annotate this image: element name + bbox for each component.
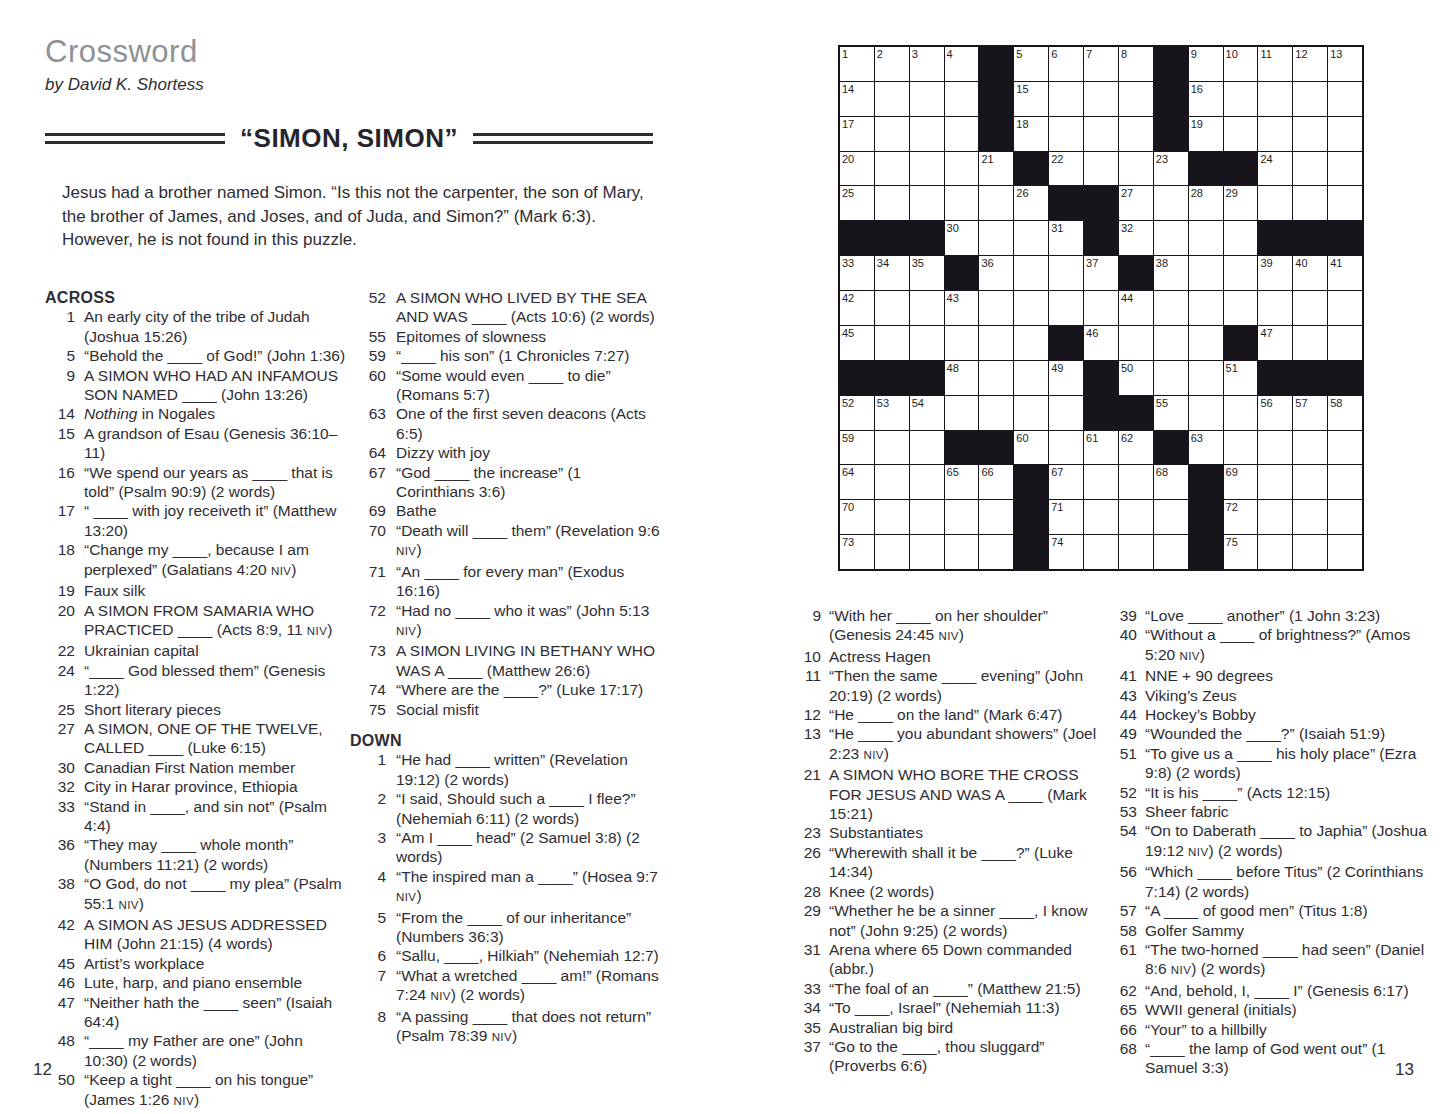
grid-cell-block: [979, 117, 1013, 151]
grid-cell-r11c10[interactable]: 55: [1154, 396, 1188, 430]
grid-cell-r5c12[interactable]: 29: [1224, 186, 1258, 220]
grid-cell-r12c6[interactable]: 60: [1014, 431, 1048, 465]
grid-cell-r3c15[interactable]: [1328, 117, 1362, 151]
grid-cell-r14c2[interactable]: [875, 500, 909, 534]
grid-cell-r6c7[interactable]: 31: [1049, 221, 1083, 255]
clue-text: A SIMON LIVING IN BETHANY WHO WAS A ____…: [396, 641, 661, 680]
grid-cell-r9c2[interactable]: [875, 326, 909, 360]
grid-cell-r10c10[interactable]: [1154, 361, 1188, 395]
niv-abbr: NIV: [271, 565, 291, 577]
grid-cell-r1c11[interactable]: 9: [1189, 47, 1223, 81]
grid-cell-r3c12[interactable]: [1224, 117, 1258, 151]
grid-cell-r15c2[interactable]: [875, 535, 909, 569]
clue-across-18: 18“Change my ____, because I am perplexe…: [45, 540, 349, 581]
grid-cell-r14c3[interactable]: [910, 500, 944, 534]
grid-cell-r15c8[interactable]: [1084, 535, 1118, 569]
grid-cell-r5c9[interactable]: 27: [1119, 186, 1153, 220]
grid-cell-r8c15[interactable]: [1328, 291, 1362, 325]
grid-cell-r13c9[interactable]: [1119, 465, 1153, 499]
grid-cell-r3c8[interactable]: [1084, 117, 1118, 151]
clue-across-72: 72“Had no ____ who it was” (John 5:13 NI…: [350, 601, 661, 642]
grid-cell-block: [1154, 431, 1188, 465]
grid-cell-r1c1[interactable]: 1: [840, 47, 874, 81]
grid-cell-r13c13[interactable]: [1258, 465, 1292, 499]
clue-text: “With her ____ on her shoulder” (Genesis…: [829, 606, 1097, 647]
grid-cell-r8c14[interactable]: [1293, 291, 1327, 325]
grid-cell-r13c3[interactable]: [910, 465, 944, 499]
grid-cell-r1c13[interactable]: 11: [1258, 47, 1292, 81]
grid-cell-r9c9[interactable]: [1119, 326, 1153, 360]
grid-cell-r15c5[interactable]: [979, 535, 1013, 569]
grid-cell-r7c13[interactable]: 39: [1258, 256, 1292, 290]
clue-down-31: 31Arena where 65 Down commanded (abbr.): [797, 940, 1097, 979]
grid-cell-block: [1293, 361, 1327, 395]
grid-cell-r13c5[interactable]: 66: [979, 465, 1013, 499]
grid-cell-r12c14[interactable]: [1293, 431, 1327, 465]
grid-cell-r12c7[interactable]: [1049, 431, 1083, 465]
grid-cell-r12c15[interactable]: [1328, 431, 1362, 465]
grid-cell-r10c5[interactable]: [979, 361, 1013, 395]
clue-down-28: 28Knee (2 words): [797, 882, 1097, 901]
grid-cell-r13c2[interactable]: [875, 465, 909, 499]
cell-number: 34: [877, 257, 889, 269]
cell-number: 28: [1191, 187, 1203, 199]
grid-cell-r1c3[interactable]: 3: [910, 47, 944, 81]
grid-cell-r12c13[interactable]: [1258, 431, 1292, 465]
clue-down-33: 33“The foal of an ____” (Matthew 21:5): [797, 979, 1097, 998]
grid-cell-r8c5[interactable]: [979, 291, 1013, 325]
grid-cell-r5c2[interactable]: [875, 186, 909, 220]
clue-number: 7: [350, 966, 386, 1007]
clue-number: 52: [350, 288, 386, 327]
grid-cell-r8c13[interactable]: [1258, 291, 1292, 325]
grid-cell-block: [1258, 361, 1292, 395]
grid-cell-r14c15[interactable]: [1328, 500, 1362, 534]
grid-cell-r7c7[interactable]: [1049, 256, 1083, 290]
grid-cell-r3c11[interactable]: 19: [1189, 117, 1223, 151]
grid-cell-r7c6[interactable]: [1014, 256, 1048, 290]
grid-cell-r14c9[interactable]: [1119, 500, 1153, 534]
grid-cell-r9c11[interactable]: [1189, 326, 1223, 360]
cell-number: 37: [1086, 257, 1098, 269]
niv-abbr: NIV: [396, 891, 416, 903]
clue-number: 69: [350, 501, 386, 520]
cell-number: 66: [981, 466, 993, 478]
grid-cell-r5c13[interactable]: [1258, 186, 1292, 220]
clue-text: Sheer fabric: [1145, 802, 1437, 821]
cell-number: 64: [842, 466, 854, 478]
clue-down-57: 57“A ____ of good men” (Titus 1:8): [1113, 901, 1437, 920]
grid-cell-r11c14[interactable]: 57: [1293, 396, 1327, 430]
grid-cell-r2c7[interactable]: [1049, 82, 1083, 116]
clue-text: “Stand in ____, and sin not” (Psalm 4:4): [84, 797, 349, 836]
grid-cell-r6c12[interactable]: [1224, 221, 1258, 255]
clue-across-20: 20A SIMON FROM SAMARIA WHO PRACTICED ___…: [45, 601, 349, 642]
grid-cell-r2c9[interactable]: [1119, 82, 1153, 116]
grid-cell-r1c9[interactable]: 8: [1119, 47, 1153, 81]
clue-text: “____ God blessed them” (Genesis 1:22): [84, 661, 349, 700]
grid-cell-r7c10[interactable]: 38: [1154, 256, 1188, 290]
grid-cell-r8c2[interactable]: [875, 291, 909, 325]
clue-text: “To ____, Israel” (Nehemiah 11:3): [829, 998, 1097, 1017]
grid-cell-r9c1[interactable]: 45: [840, 326, 874, 360]
grid-cell-r3c7[interactable]: [1049, 117, 1083, 151]
grid-cell-r2c13[interactable]: [1258, 82, 1292, 116]
clue-number: 2: [350, 789, 386, 828]
grid-cell-r2c8[interactable]: [1084, 82, 1118, 116]
grid-cell-r5c11[interactable]: 28: [1189, 186, 1223, 220]
clue-text: A SIMON FROM SAMARIA WHO PRACTICED ____ …: [84, 601, 349, 642]
grid-cell-block: [1258, 221, 1292, 255]
niv-abbr: NIV: [1179, 650, 1199, 662]
grid-cell-r1c6[interactable]: 5: [1014, 47, 1048, 81]
grid-cell-r7c2[interactable]: 34: [875, 256, 909, 290]
grid-cell-r2c3[interactable]: [910, 82, 944, 116]
grid-cell-r2c2[interactable]: [875, 82, 909, 116]
grid-cell-r1c7[interactable]: 6: [1049, 47, 1083, 81]
clue-down-3: 3“Am I ____ head” (2 Samuel 3:8) (2 word…: [350, 828, 661, 867]
cell-number: 54: [912, 397, 924, 409]
grid-cell-r15c1[interactable]: 73: [840, 535, 874, 569]
grid-cell-r7c14[interactable]: 40: [1293, 256, 1327, 290]
clue-text: “Your” to a hillbilly: [1145, 1020, 1437, 1039]
grid-cell-r12c3[interactable]: [910, 431, 944, 465]
grid-cell-r14c14[interactable]: [1293, 500, 1327, 534]
grid-cell-r2c4[interactable]: [945, 82, 979, 116]
cell-number: 57: [1295, 397, 1307, 409]
grid-cell-r10c6[interactable]: [1014, 361, 1048, 395]
clue-number: 20: [45, 601, 75, 642]
clue-text: “Go to the ____, thou sluggard” (Proverb…: [829, 1037, 1097, 1076]
grid-cell-r11c5[interactable]: [979, 396, 1013, 430]
grid-cell-r4c10[interactable]: 23: [1154, 152, 1188, 186]
clue-text: WWII general (initials): [1145, 1000, 1437, 1019]
grid-cell-r14c4[interactable]: [945, 500, 979, 534]
grid-cell-r12c8[interactable]: 61: [1084, 431, 1118, 465]
grid-cell-r14c1[interactable]: 70: [840, 500, 874, 534]
grid-cell-r6c4[interactable]: 30: [945, 221, 979, 255]
clue-text: City in Harar province, Ethiopia: [84, 777, 349, 796]
cell-number: 5: [1016, 48, 1022, 60]
grid-cell-block: [875, 361, 909, 395]
grid-cell-r5c3[interactable]: [910, 186, 944, 220]
grid-cell-r4c4[interactable]: [945, 152, 979, 186]
clue-down-53: 53Sheer fabric: [1113, 802, 1437, 821]
clue-number: 11: [797, 666, 821, 705]
clue-down-68: 68“____ the lamp of God went out” (1 Sam…: [1113, 1039, 1437, 1078]
grid-cell-r13c1[interactable]: 64: [840, 465, 874, 499]
clue-number: 67: [350, 463, 386, 502]
grid-cell-r3c9[interactable]: [1119, 117, 1153, 151]
grid-cell-r10c7[interactable]: 49: [1049, 361, 1083, 395]
grid-cell-r7c8[interactable]: 37: [1084, 256, 1118, 290]
grid-cell-r6c10[interactable]: [1154, 221, 1188, 255]
grid-cell-r2c14[interactable]: [1293, 82, 1327, 116]
cell-number: 43: [947, 292, 959, 304]
grid-cell-r11c3[interactable]: 54: [910, 396, 944, 430]
niv-abbr: NIV: [396, 545, 416, 557]
grid-cell-r3c4[interactable]: [945, 117, 979, 151]
grid-cell-r4c3[interactable]: [910, 152, 944, 186]
cell-number: 51: [1226, 362, 1238, 374]
grid-cell-r3c6[interactable]: 18: [1014, 117, 1048, 151]
grid-cell-r8c4[interactable]: 43: [945, 291, 979, 325]
clue-number: 9: [45, 366, 75, 405]
clue-number: 10: [797, 647, 821, 666]
grid-cell-r8c3[interactable]: [910, 291, 944, 325]
clue-down-5: 5“From the ____ of our inheritance” (Num…: [350, 908, 661, 947]
cell-number: 23: [1156, 153, 1168, 165]
clue-down-1: 1“He had ____ written” (Revelation 19:12…: [350, 750, 661, 789]
grid-cell-r9c15[interactable]: [1328, 326, 1362, 360]
grid-cell-r7c12[interactable]: [1224, 256, 1258, 290]
clue-number: 33: [45, 797, 75, 836]
clue-text: “He ____ you abundant showers” (Joel 2:2…: [829, 724, 1097, 765]
clue-number: 40: [1113, 625, 1137, 666]
cell-number: 4: [947, 48, 953, 60]
cell-number: 30: [947, 222, 959, 234]
grid-cell-r10c9[interactable]: 50: [1119, 361, 1153, 395]
grid-cell-r9c8[interactable]: 46: [1084, 326, 1118, 360]
puzzle-title: “SIMON, SIMON”: [240, 123, 458, 154]
clue-text: “Some would even ____ to die” (Romans 5:…: [396, 366, 661, 405]
cell-number: 45: [842, 327, 854, 339]
clue-number: 9: [797, 606, 821, 647]
cell-number: 41: [1330, 257, 1342, 269]
grid-cell-r9c3[interactable]: [910, 326, 944, 360]
cell-number: 29: [1226, 187, 1238, 199]
grid-cell-r2c6[interactable]: 15: [1014, 82, 1048, 116]
grid-cell-r4c13[interactable]: 24: [1258, 152, 1292, 186]
grid-cell-r5c15[interactable]: [1328, 186, 1362, 220]
grid-cell-r3c13[interactable]: [1258, 117, 1292, 151]
grid-cell-r13c8[interactable]: [1084, 465, 1118, 499]
grid-cell-r15c15[interactable]: [1328, 535, 1362, 569]
grid-cell-r10c11[interactable]: [1189, 361, 1223, 395]
grid-cell-r15c12[interactable]: 75: [1224, 535, 1258, 569]
clue-down-10: 10Actress Hagen: [797, 647, 1097, 666]
niv-abbr: NIV: [863, 749, 883, 761]
grid-cell-r5c14[interactable]: [1293, 186, 1327, 220]
clue-number: 34: [797, 998, 821, 1017]
grid-cell-r9c13[interactable]: 47: [1258, 326, 1292, 360]
clue-number: 22: [45, 641, 75, 660]
cell-number: 24: [1260, 153, 1272, 165]
grid-cell-r7c3[interactable]: 35: [910, 256, 944, 290]
grid-cell-r15c9[interactable]: [1119, 535, 1153, 569]
grid-cell-r9c10[interactable]: [1154, 326, 1188, 360]
grid-cell-r13c12[interactable]: 69: [1224, 465, 1258, 499]
clue-across-47: 47“Neither hath the ____ seen” (Isaiah 6…: [45, 993, 349, 1032]
grid-cell-r3c2[interactable]: [875, 117, 909, 151]
clue-number: 74: [350, 680, 386, 699]
clue-text: “Am I ____ head” (2 Samuel 3:8) (2 words…: [396, 828, 661, 867]
grid-cell-r15c14[interactable]: [1293, 535, 1327, 569]
grid-cell-block: [1154, 47, 1188, 81]
grid-cell-r14c7[interactable]: 71: [1049, 500, 1083, 534]
grid-cell-block: [1224, 152, 1258, 186]
grid-cell-r13c15[interactable]: [1328, 465, 1362, 499]
clue-number: 35: [797, 1018, 821, 1037]
grid-cell-r6c9[interactable]: 32: [1119, 221, 1153, 255]
grid-cell-r8c8[interactable]: [1084, 291, 1118, 325]
grid-cell-r11c15[interactable]: 58: [1328, 396, 1362, 430]
grid-cell-r8c6[interactable]: [1014, 291, 1048, 325]
grid-cell-r5c10[interactable]: [1154, 186, 1188, 220]
cell-number: 53: [877, 397, 889, 409]
grid-cell-r5c5[interactable]: [979, 186, 1013, 220]
grid-cell-r13c10[interactable]: 68: [1154, 465, 1188, 499]
grid-cell-r5c4[interactable]: [945, 186, 979, 220]
grid-cell-r4c15[interactable]: [1328, 152, 1362, 186]
grid-cell-r11c6[interactable]: [1014, 396, 1048, 430]
grid-cell-r9c4[interactable]: [945, 326, 979, 360]
grid-cell-r15c3[interactable]: [910, 535, 944, 569]
clue-number: 18: [45, 540, 75, 581]
crossword-grid: 1234567891011121314151617181920212223242…: [838, 45, 1364, 571]
grid-cell-r4c8[interactable]: [1084, 152, 1118, 186]
clue-down-21: 21A SIMON WHO BORE THE CROSS FOR JESUS A…: [797, 765, 1097, 823]
clue-text: “A ____ of good men” (Titus 1:8): [1145, 901, 1437, 920]
grid-cell-r6c6[interactable]: [1014, 221, 1048, 255]
clue-number: 4: [350, 867, 386, 908]
grid-cell-r5c1[interactable]: 25: [840, 186, 874, 220]
clue-across-48: 48“____ my Father are one” (John 10:30) …: [45, 1031, 349, 1070]
grid-cell-r9c14[interactable]: [1293, 326, 1327, 360]
grid-cell-r11c1[interactable]: 52: [840, 396, 874, 430]
clue-number: 21: [797, 765, 821, 823]
cell-number: 7: [1086, 48, 1092, 60]
grid-cell-r11c7[interactable]: [1049, 396, 1083, 430]
grid-cell-r8c9[interactable]: 44: [1119, 291, 1153, 325]
grid-cell-r15c7[interactable]: 74: [1049, 535, 1083, 569]
clue-number: 58: [1113, 921, 1137, 940]
clue-text: “Wounded the ____?” (Isaiah 51:9): [1145, 724, 1437, 743]
grid-cell-r11c11[interactable]: [1189, 396, 1223, 430]
grid-cell-r6c11[interactable]: [1189, 221, 1223, 255]
grid-cell-r15c10[interactable]: [1154, 535, 1188, 569]
clue-text: “Where are the ____?” (Luke 17:17): [396, 680, 661, 699]
grid-cell-r8c12[interactable]: [1224, 291, 1258, 325]
cell-number: 48: [947, 362, 959, 374]
clue-down-51: 51“To give us a ____ his holy place” (Ez…: [1113, 744, 1437, 783]
cell-number: 16: [1191, 83, 1203, 95]
grid-cell-r8c11[interactable]: [1189, 291, 1223, 325]
grid-cell-r12c2[interactable]: [875, 431, 909, 465]
grid-cell-r2c12[interactable]: [1224, 82, 1258, 116]
clue-down-12: 12“He ____ on the land” (Mark 6:47): [797, 705, 1097, 724]
grid-cell-r1c8[interactable]: 7: [1084, 47, 1118, 81]
grid-cell-r1c14[interactable]: 12: [1293, 47, 1327, 81]
grid-cell-r5c6[interactable]: 26: [1014, 186, 1048, 220]
clue-text: “Neither hath the ____ seen” (Isaiah 64:…: [84, 993, 349, 1032]
grid-cell-r12c9[interactable]: 62: [1119, 431, 1153, 465]
grid-cell-r6c5[interactable]: [979, 221, 1013, 255]
clue-text: Knee (2 words): [829, 882, 1097, 901]
grid-cell-block: [1224, 326, 1258, 360]
grid-cell-r14c5[interactable]: [979, 500, 1013, 534]
grid-cell-r15c13[interactable]: [1258, 535, 1292, 569]
grid-cell-r8c7[interactable]: [1049, 291, 1083, 325]
grid-cell-r11c13[interactable]: 56: [1258, 396, 1292, 430]
clue-text: “Sallu, ____, Hilkiah” (Nehemiah 12:7): [396, 946, 661, 965]
grid-cell-r13c14[interactable]: [1293, 465, 1327, 499]
grid-cell-r1c12[interactable]: 10: [1224, 47, 1258, 81]
grid-cell-r1c15[interactable]: 13: [1328, 47, 1362, 81]
clue-text: Dizzy with joy: [396, 443, 661, 462]
grid-cell-r4c1[interactable]: 20: [840, 152, 874, 186]
clue-number: 19: [45, 581, 75, 600]
grid-cell-r7c11[interactable]: [1189, 256, 1223, 290]
clue-across-9: 9A SIMON WHO HAD AN INFAMOUS SON NAMED _…: [45, 366, 349, 405]
cell-number: 72: [1226, 501, 1238, 513]
clue-number: 64: [350, 443, 386, 462]
grid-cell-r9c5[interactable]: [979, 326, 1013, 360]
clue-down-56: 56“Which ____ before Titus” (2 Corinthia…: [1113, 862, 1437, 901]
grid-cell-r11c2[interactable]: 53: [875, 396, 909, 430]
cell-number: 58: [1330, 397, 1342, 409]
clue-down-9: 9“With her ____ on her shoulder” (Genesi…: [797, 606, 1097, 647]
grid-cell-r10c4[interactable]: 48: [945, 361, 979, 395]
grid-cell-r7c15[interactable]: 41: [1328, 256, 1362, 290]
grid-cell-r4c5[interactable]: 21: [979, 152, 1013, 186]
grid-cell-r1c4[interactable]: 4: [945, 47, 979, 81]
grid-cell-r12c11[interactable]: 63: [1189, 431, 1223, 465]
niv-abbr: NIV: [174, 1095, 194, 1107]
clue-number: 51: [1113, 744, 1137, 783]
clue-number: 5: [350, 908, 386, 947]
grid-cell-r13c4[interactable]: 65: [945, 465, 979, 499]
grid-cell-r2c1[interactable]: 14: [840, 82, 874, 116]
grid-cell-r4c7[interactable]: 22: [1049, 152, 1083, 186]
grid-cell-r2c11[interactable]: 16: [1189, 82, 1223, 116]
cell-number: 36: [981, 257, 993, 269]
grid-cell-r8c1[interactable]: 42: [840, 291, 874, 325]
grid-cell-r2c15[interactable]: [1328, 82, 1362, 116]
clue-text: One of the first seven deacons (Acts 6:5…: [396, 404, 661, 443]
grid-cell-r8c10[interactable]: [1154, 291, 1188, 325]
clue-text: Golfer Sammy: [1145, 921, 1437, 940]
grid-cell-r12c12[interactable]: [1224, 431, 1258, 465]
grid-cell-block: [1189, 535, 1223, 569]
grid-cell-r11c12[interactable]: [1224, 396, 1258, 430]
grid-cell-r4c14[interactable]: [1293, 152, 1327, 186]
grid-cell-r15c4[interactable]: [945, 535, 979, 569]
clue-text: A grandson of Esau (Genesis 36:10–11): [84, 424, 349, 463]
grid-cell-r7c1[interactable]: 33: [840, 256, 874, 290]
grid-cell-r14c13[interactable]: [1258, 500, 1292, 534]
clue-text: “Then the same ____ evening” (John 20:19…: [829, 666, 1097, 705]
grid-cell-r14c12[interactable]: 72: [1224, 500, 1258, 534]
clue-down-62: 62“And, behold, I, ____ I” (Genesis 6:17…: [1113, 981, 1437, 1000]
grid-cell-r12c1[interactable]: 59: [840, 431, 874, 465]
grid-cell-r7c5[interactable]: 36: [979, 256, 1013, 290]
grid-cell-r14c8[interactable]: [1084, 500, 1118, 534]
grid-cell-r4c2[interactable]: [875, 152, 909, 186]
grid-cell-r1c2[interactable]: 2: [875, 47, 909, 81]
grid-cell-r9c6[interactable]: [1014, 326, 1048, 360]
grid-cell-r3c14[interactable]: [1293, 117, 1327, 151]
clue-down-65: 65WWII general (initials): [1113, 1000, 1437, 1019]
grid-cell-r3c1[interactable]: 17: [840, 117, 874, 151]
grid-cell-r13c7[interactable]: 67: [1049, 465, 1083, 499]
grid-cell-r10c12[interactable]: 51: [1224, 361, 1258, 395]
grid-cell-r3c3[interactable]: [910, 117, 944, 151]
grid-cell-r4c9[interactable]: [1119, 152, 1153, 186]
clue-number: 39: [1113, 606, 1137, 625]
grid-cell-r14c10[interactable]: [1154, 500, 1188, 534]
grid-cell-r11c4[interactable]: [945, 396, 979, 430]
